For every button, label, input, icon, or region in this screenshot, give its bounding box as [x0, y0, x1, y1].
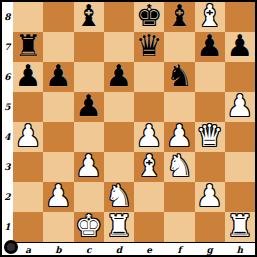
square-b8[interactable] [43, 2, 73, 32]
piece-black-rook[interactable]: ♜ [15, 32, 42, 61]
piece-black-knight[interactable]: ♞ [166, 62, 193, 91]
square-a4[interactable]: ♟ [13, 122, 43, 152]
square-f2[interactable] [164, 182, 194, 212]
piece-black-bishop[interactable]: ♝ [75, 2, 102, 31]
square-f4[interactable]: ♟ [164, 122, 194, 152]
square-g5[interactable] [195, 92, 225, 122]
square-b5[interactable] [43, 92, 73, 122]
rank-label-8: 8 [2, 2, 13, 32]
square-b6[interactable]: ♟ [43, 62, 73, 92]
square-h5[interactable]: ♟ [225, 92, 255, 122]
square-c5[interactable]: ♟ [74, 92, 104, 122]
square-g8[interactable]: ♝ [195, 2, 225, 32]
square-c3[interactable]: ♟ [74, 152, 104, 182]
square-d8[interactable] [104, 2, 134, 32]
square-b2[interactable]: ♟ [43, 182, 73, 212]
square-e8[interactable]: ♚ [134, 2, 164, 32]
square-d1[interactable]: ♜ [104, 212, 134, 242]
square-c8[interactable]: ♝ [74, 2, 104, 32]
piece-white-bishop[interactable]: ♝ [136, 152, 163, 181]
square-e1[interactable] [134, 212, 164, 242]
square-a5[interactable] [13, 92, 43, 122]
piece-white-pawn[interactable]: ♟ [196, 182, 223, 211]
file-label-f: f [164, 243, 194, 257]
rank-label-2: 2 [2, 182, 13, 212]
piece-black-bishop[interactable]: ♝ [166, 2, 193, 31]
square-c1[interactable]: ♚ [74, 212, 104, 242]
rank-labels: 87654321 [2, 2, 13, 242]
piece-black-pawn[interactable]: ♟ [105, 62, 132, 91]
square-e4[interactable]: ♟ [134, 122, 164, 152]
square-g2[interactable]: ♟ [195, 182, 225, 212]
square-h3[interactable] [225, 152, 255, 182]
square-g1[interactable] [195, 212, 225, 242]
square-f8[interactable]: ♝ [164, 2, 194, 32]
square-h6[interactable] [225, 62, 255, 92]
square-f3[interactable]: ♞ [164, 152, 194, 182]
piece-white-pawn[interactable]: ♟ [136, 122, 163, 151]
square-c7[interactable] [74, 32, 104, 62]
piece-white-pawn[interactable]: ♟ [45, 182, 72, 211]
square-a8[interactable] [13, 2, 43, 32]
square-b4[interactable] [43, 122, 73, 152]
square-h8[interactable] [225, 2, 255, 32]
piece-black-pawn[interactable]: ♟ [45, 62, 72, 91]
piece-white-rook[interactable]: ♜ [105, 212, 132, 241]
piece-white-pawn[interactable]: ♟ [226, 92, 253, 121]
square-c2[interactable] [74, 182, 104, 212]
square-e6[interactable] [134, 62, 164, 92]
square-d7[interactable] [104, 32, 134, 62]
piece-white-rook[interactable]: ♜ [226, 212, 253, 241]
square-e3[interactable]: ♝ [134, 152, 164, 182]
square-d5[interactable] [104, 92, 134, 122]
square-a7[interactable]: ♜ [13, 32, 43, 62]
file-label-b: b [43, 243, 73, 257]
chess-board[interactable]: ♝♚♝♝♜♛♟♟♟♟♟♞♟♟♟♟♟♛♟♝♞♟♞♟♚♜♜ [13, 2, 255, 243]
rank-label-5: 5 [2, 92, 13, 122]
square-f6[interactable]: ♞ [164, 62, 194, 92]
piece-black-queen[interactable]: ♛ [136, 32, 163, 61]
square-e2[interactable] [134, 182, 164, 212]
square-h4[interactable] [225, 122, 255, 152]
square-h1[interactable]: ♜ [225, 212, 255, 242]
piece-white-pawn[interactable]: ♟ [15, 122, 42, 151]
rank-label-1: 1 [2, 212, 13, 242]
square-g6[interactable] [195, 62, 225, 92]
rank-label-7: 7 [2, 32, 13, 62]
square-g3[interactable] [195, 152, 225, 182]
piece-white-pawn[interactable]: ♟ [75, 152, 102, 181]
file-label-d: d [104, 243, 134, 257]
square-f5[interactable] [164, 92, 194, 122]
chess-diagram: 87654321 ♝♚♝♝♜♛♟♟♟♟♟♞♟♟♟♟♟♛♟♝♞♟♞♟♚♜♜ abc… [0, 0, 257, 257]
square-e7[interactable]: ♛ [134, 32, 164, 62]
square-d3[interactable] [104, 152, 134, 182]
square-b3[interactable] [43, 152, 73, 182]
square-g4[interactable]: ♛ [195, 122, 225, 152]
square-h2[interactable] [225, 182, 255, 212]
file-label-e: e [134, 243, 164, 257]
square-e5[interactable] [134, 92, 164, 122]
square-b7[interactable] [43, 32, 73, 62]
square-b1[interactable] [43, 212, 73, 242]
square-g7[interactable]: ♟ [195, 32, 225, 62]
piece-black-pawn[interactable]: ♟ [196, 32, 223, 61]
rank-label-3: 3 [2, 152, 13, 182]
piece-black-pawn[interactable]: ♟ [15, 62, 42, 91]
square-a1[interactable] [13, 212, 43, 242]
square-f1[interactable] [164, 212, 194, 242]
square-a2[interactable] [13, 182, 43, 212]
piece-black-pawn[interactable]: ♟ [75, 92, 102, 121]
piece-black-king[interactable]: ♚ [136, 2, 163, 31]
square-d2[interactable]: ♞ [104, 182, 134, 212]
file-label-h: h [225, 243, 255, 257]
square-h7[interactable]: ♟ [225, 32, 255, 62]
square-f7[interactable] [164, 32, 194, 62]
file-label-g: g [195, 243, 225, 257]
square-a6[interactable]: ♟ [13, 62, 43, 92]
rank-label-4: 4 [2, 122, 13, 152]
square-a3[interactable] [13, 152, 43, 182]
black-to-move-indicator [4, 240, 18, 254]
piece-white-queen[interactable]: ♛ [196, 122, 223, 151]
file-label-c: c [74, 243, 104, 257]
square-c6[interactable] [74, 62, 104, 92]
piece-white-king[interactable]: ♚ [75, 212, 102, 241]
rank-label-6: 6 [2, 62, 13, 92]
square-c4[interactable] [74, 122, 104, 152]
piece-white-bishop[interactable]: ♝ [196, 2, 223, 31]
piece-black-pawn[interactable]: ♟ [226, 32, 253, 61]
square-d4[interactable] [104, 122, 134, 152]
square-d6[interactable]: ♟ [104, 62, 134, 92]
piece-white-pawn[interactable]: ♟ [166, 122, 193, 151]
piece-white-knight[interactable]: ♞ [166, 152, 193, 181]
file-labels: abcdefgh [13, 243, 255, 257]
piece-white-knight[interactable]: ♞ [105, 182, 132, 211]
